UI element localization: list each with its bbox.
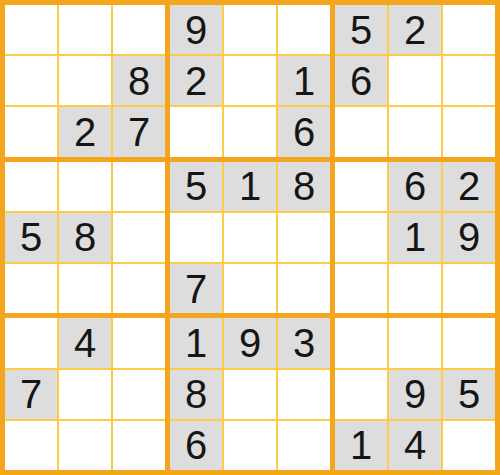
cell-r1c4[interactable]: 9 (170, 5, 222, 54)
cell-r8c6[interactable] (278, 370, 330, 419)
cell-r6c8[interactable] (389, 264, 441, 313)
cell-r2c1[interactable] (5, 56, 57, 105)
cell-r7c3[interactable] (113, 318, 165, 367)
cell-r6c9[interactable] (443, 264, 495, 313)
cell-r9c2[interactable] (59, 421, 111, 470)
cell-r2c6[interactable]: 1 (278, 56, 330, 105)
box-r1c3: 526 (335, 5, 495, 157)
box-r1c1: 827 (5, 5, 165, 157)
cell-r4c6[interactable]: 8 (278, 162, 330, 211)
cell-r9c9[interactable] (443, 421, 495, 470)
cell-r7c2[interactable]: 4 (59, 318, 111, 367)
cell-r4c4[interactable]: 5 (170, 162, 222, 211)
cell-r6c4[interactable]: 7 (170, 264, 222, 313)
cell-r2c3[interactable]: 8 (113, 56, 165, 105)
cell-r1c8[interactable]: 2 (389, 5, 441, 54)
cell-r3c7[interactable] (335, 107, 387, 156)
cell-r4c1[interactable] (5, 162, 57, 211)
cell-r5c4[interactable] (170, 213, 222, 262)
cell-r7c6[interactable]: 3 (278, 318, 330, 367)
box-r3c1: 47 (5, 318, 165, 470)
cell-r1c6[interactable] (278, 5, 330, 54)
cell-r4c7[interactable] (335, 162, 387, 211)
cell-r5c2[interactable]: 8 (59, 213, 111, 262)
cell-r6c7[interactable] (335, 264, 387, 313)
cell-r5c5[interactable] (224, 213, 276, 262)
cell-r7c9[interactable] (443, 318, 495, 367)
cell-r1c5[interactable] (224, 5, 276, 54)
cell-r2c8[interactable] (389, 56, 441, 105)
cell-r9c4[interactable]: 6 (170, 421, 222, 470)
box-r3c3: 9514 (335, 318, 495, 470)
cell-r8c9[interactable]: 5 (443, 370, 495, 419)
cell-r7c7[interactable] (335, 318, 387, 367)
cell-r2c9[interactable] (443, 56, 495, 105)
cell-r1c2[interactable] (59, 5, 111, 54)
box-r2c1: 58 (5, 162, 165, 314)
cell-r8c2[interactable] (59, 370, 111, 419)
cell-r2c7[interactable]: 6 (335, 56, 387, 105)
box-r3c2: 19386 (170, 318, 330, 470)
cell-r2c2[interactable] (59, 56, 111, 105)
cell-r8c4[interactable]: 8 (170, 370, 222, 419)
cell-r4c9[interactable]: 2 (443, 162, 495, 211)
cell-r5c9[interactable]: 9 (443, 213, 495, 262)
cell-r9c3[interactable] (113, 421, 165, 470)
cell-r2c5[interactable] (224, 56, 276, 105)
cell-r4c5[interactable]: 1 (224, 162, 276, 211)
box-r1c2: 9216 (170, 5, 330, 157)
cell-r9c8[interactable]: 4 (389, 421, 441, 470)
cell-r8c5[interactable] (224, 370, 276, 419)
box-r2c2: 5187 (170, 162, 330, 314)
cell-r1c7[interactable]: 5 (335, 5, 387, 54)
cell-r3c6[interactable]: 6 (278, 107, 330, 156)
cell-r8c8[interactable]: 9 (389, 370, 441, 419)
cell-r3c8[interactable] (389, 107, 441, 156)
cell-r9c6[interactable] (278, 421, 330, 470)
cell-r1c9[interactable] (443, 5, 495, 54)
cell-r8c7[interactable] (335, 370, 387, 419)
cell-r4c2[interactable] (59, 162, 111, 211)
cell-r5c1[interactable]: 5 (5, 213, 57, 262)
cell-r6c1[interactable] (5, 264, 57, 313)
cell-r7c4[interactable]: 1 (170, 318, 222, 367)
cell-r9c5[interactable] (224, 421, 276, 470)
cell-r3c5[interactable] (224, 107, 276, 156)
sudoku-board: 8279216526585187621947193869514 (0, 0, 500, 475)
cell-r7c1[interactable] (5, 318, 57, 367)
cell-r5c6[interactable] (278, 213, 330, 262)
cell-r8c1[interactable]: 7 (5, 370, 57, 419)
cell-r5c8[interactable]: 1 (389, 213, 441, 262)
cell-r7c5[interactable]: 9 (224, 318, 276, 367)
cell-r3c9[interactable] (443, 107, 495, 156)
cell-r3c4[interactable] (170, 107, 222, 156)
cell-r9c7[interactable]: 1 (335, 421, 387, 470)
cell-r3c1[interactable] (5, 107, 57, 156)
cell-r6c2[interactable] (59, 264, 111, 313)
cell-r4c8[interactable]: 6 (389, 162, 441, 211)
cell-r1c1[interactable] (5, 5, 57, 54)
cell-r5c7[interactable] (335, 213, 387, 262)
cell-r4c3[interactable] (113, 162, 165, 211)
cell-r7c8[interactable] (389, 318, 441, 367)
cell-r6c3[interactable] (113, 264, 165, 313)
cell-r1c3[interactable] (113, 5, 165, 54)
box-r2c3: 6219 (335, 162, 495, 314)
cell-r2c4[interactable]: 2 (170, 56, 222, 105)
cell-r9c1[interactable] (5, 421, 57, 470)
cell-r6c6[interactable] (278, 264, 330, 313)
cell-r6c5[interactable] (224, 264, 276, 313)
cell-r5c3[interactable] (113, 213, 165, 262)
cell-r3c3[interactable]: 7 (113, 107, 165, 156)
cell-r8c3[interactable] (113, 370, 165, 419)
cell-r3c2[interactable]: 2 (59, 107, 111, 156)
